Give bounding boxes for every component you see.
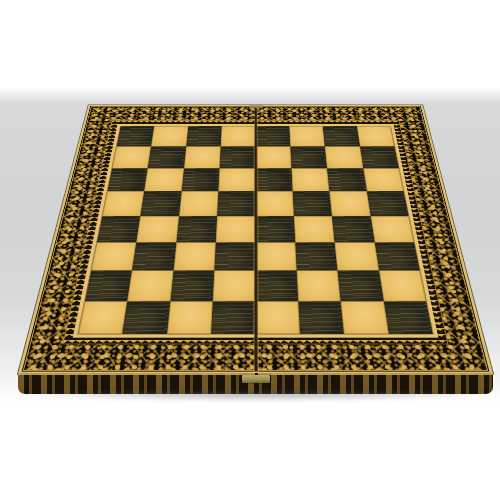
square-f2[interactable]: [297, 271, 341, 301]
square-c1[interactable]: [167, 301, 213, 334]
square-g8[interactable]: [323, 126, 360, 146]
square-g7[interactable]: [325, 147, 363, 169]
square-h2[interactable]: [379, 271, 426, 301]
square-a2[interactable]: [85, 271, 132, 301]
square-g4[interactable]: [332, 216, 374, 242]
square-d3[interactable]: [214, 242, 255, 270]
square-h3[interactable]: [374, 242, 419, 270]
square-d6[interactable]: [218, 168, 255, 191]
square-f7[interactable]: [290, 147, 327, 169]
board-front-edge: [18, 373, 493, 394]
square-g1[interactable]: [341, 301, 389, 334]
square-g5[interactable]: [330, 191, 371, 216]
brass-hinge: [242, 375, 270, 383]
square-a5[interactable]: [102, 191, 144, 216]
square-b5[interactable]: [141, 191, 182, 216]
square-b7[interactable]: [148, 147, 186, 169]
square-e1[interactable]: [256, 301, 300, 334]
square-f8[interactable]: [289, 126, 325, 146]
square-b1[interactable]: [123, 301, 171, 334]
square-d8[interactable]: [221, 126, 256, 146]
square-e2[interactable]: [256, 271, 299, 301]
square-e6[interactable]: [256, 168, 293, 191]
square-b2[interactable]: [128, 271, 174, 301]
square-d2[interactable]: [213, 271, 256, 301]
square-h1[interactable]: [383, 301, 432, 334]
square-h7[interactable]: [360, 147, 399, 169]
square-c7[interactable]: [184, 147, 221, 169]
square-b6[interactable]: [144, 168, 183, 191]
square-c4[interactable]: [176, 216, 217, 242]
chess-board: [18, 105, 493, 374]
square-c3[interactable]: [173, 242, 216, 270]
square-f3[interactable]: [295, 242, 338, 270]
square-f1[interactable]: [298, 301, 344, 334]
square-h8[interactable]: [357, 126, 395, 146]
top-hinge: [248, 105, 262, 108]
board-scene: [0, 0, 500, 500]
square-e8[interactable]: [256, 126, 291, 146]
drop-shadow: [26, 392, 488, 401]
square-g6[interactable]: [327, 168, 366, 191]
square-a7[interactable]: [112, 147, 151, 169]
square-b8[interactable]: [151, 126, 188, 146]
square-d7[interactable]: [220, 147, 256, 169]
square-f4[interactable]: [294, 216, 335, 242]
square-h6[interactable]: [363, 168, 404, 191]
square-e4[interactable]: [256, 216, 296, 242]
square-g2[interactable]: [338, 271, 384, 301]
square-a3[interactable]: [91, 242, 136, 270]
square-f5[interactable]: [293, 191, 333, 216]
square-h4[interactable]: [370, 216, 414, 242]
square-e5[interactable]: [256, 191, 294, 216]
square-b4[interactable]: [137, 216, 179, 242]
square-g3[interactable]: [335, 242, 379, 270]
photo: [0, 0, 500, 500]
square-a4[interactable]: [97, 216, 141, 242]
square-d4[interactable]: [216, 216, 256, 242]
square-f6[interactable]: [291, 168, 329, 191]
square-e3[interactable]: [256, 242, 297, 270]
square-h5[interactable]: [367, 191, 409, 216]
square-e7[interactable]: [256, 147, 292, 169]
square-a6[interactable]: [107, 168, 148, 191]
square-a8[interactable]: [117, 126, 155, 146]
square-c2[interactable]: [170, 271, 214, 301]
square-c5[interactable]: [179, 191, 219, 216]
square-a1[interactable]: [78, 301, 127, 334]
square-c6[interactable]: [181, 168, 219, 191]
square-c8[interactable]: [186, 126, 222, 146]
fold-seam: [254, 106, 258, 372]
square-b3[interactable]: [132, 242, 176, 270]
square-d5[interactable]: [217, 191, 255, 216]
square-d1[interactable]: [211, 301, 255, 334]
